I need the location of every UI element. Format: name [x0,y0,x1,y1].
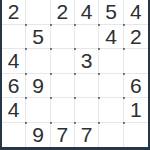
cell-r6c4[interactable]: 7 [75,123,99,148]
cell-r5c6[interactable]: 1 [124,98,148,123]
cell-r1c3[interactable]: 2 [51,0,75,25]
cell-r1c4[interactable]: 4 [75,0,99,25]
cell-r6c6[interactable] [124,123,148,148]
cell-r5c3[interactable] [51,98,75,123]
cell-r2c2[interactable]: 5 [26,25,50,50]
cell-r2c5[interactable]: 4 [99,25,123,50]
number-grid: 224545424369641977 [2,0,148,147]
cell-r6c5[interactable] [99,123,123,148]
cell-r1c6[interactable]: 4 [124,0,148,25]
cell-r1c1[interactable]: 2 [2,0,26,25]
cell-r6c2[interactable]: 9 [26,123,50,148]
cell-r5c5[interactable] [99,98,123,123]
cell-r4c3[interactable] [51,74,75,99]
cell-r4c4[interactable] [75,74,99,99]
cell-r2c6[interactable]: 2 [124,25,148,50]
cell-r3c4[interactable]: 3 [75,49,99,74]
puzzle-board: 224545424369641977 [0,0,150,150]
cell-r4c1[interactable]: 6 [2,74,26,99]
cell-r4c6[interactable]: 6 [124,74,148,99]
cell-r1c2[interactable] [26,0,50,25]
cell-r3c3[interactable] [51,49,75,74]
cell-r3c5[interactable] [99,49,123,74]
cell-r5c2[interactable] [26,98,50,123]
cell-r4c2[interactable]: 9 [26,74,50,99]
cell-r2c4[interactable] [75,25,99,50]
cell-r1c5[interactable]: 5 [99,0,123,25]
cell-r4c5[interactable] [99,74,123,99]
cell-r6c3[interactable]: 7 [51,123,75,148]
cell-r3c2[interactable] [26,49,50,74]
cell-r2c1[interactable] [2,25,26,50]
cell-r6c1[interactable] [2,123,26,148]
cell-r5c1[interactable]: 4 [2,98,26,123]
cell-r3c1[interactable]: 4 [2,49,26,74]
cell-r2c3[interactable] [51,25,75,50]
cell-r5c4[interactable] [75,98,99,123]
cell-r3c6[interactable] [124,49,148,74]
